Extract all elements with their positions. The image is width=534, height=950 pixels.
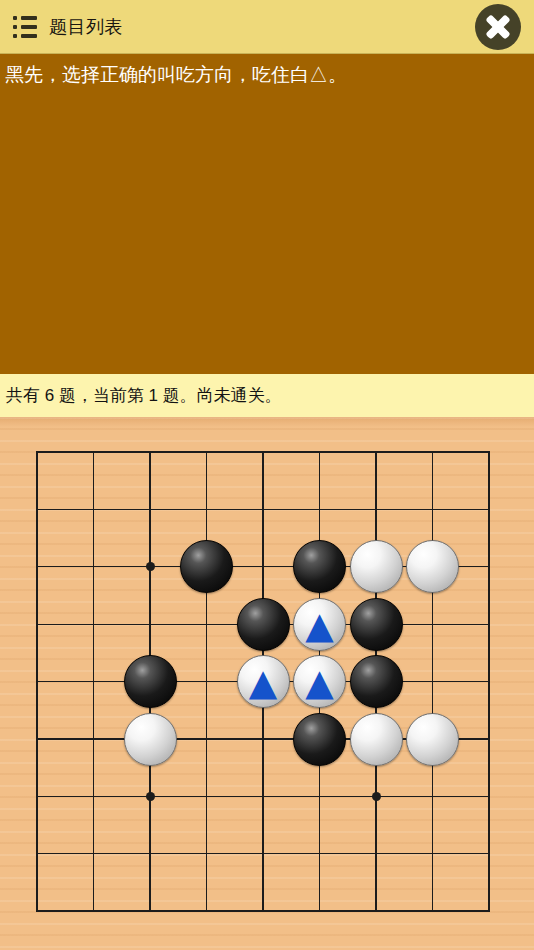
list-icon [13,16,39,20]
black-stone [293,540,346,593]
black-stone [124,655,177,708]
black-stone [180,540,233,593]
star-point [146,792,155,801]
progress-status: 共有 6 题，当前第 1 题。尚未通关。 [0,384,282,407]
grid-line [36,853,490,854]
grid-line [36,910,490,912]
prompt-panel: 黑先，选择正确的叫吃方向，吃住白△。 [0,54,534,374]
white-stone [406,713,459,766]
problem-list-button[interactable] [13,16,39,38]
grid-line [36,796,490,797]
grid-line [432,451,433,912]
triangle-mark: ▲ [305,664,333,701]
white-stone [350,713,403,766]
app-window: 题目列表 黑先，选择正确的叫吃方向，吃住白△。 共有 6 题，当前第 1 题。尚… [0,0,534,950]
close-icon [475,4,521,50]
board-panel: ▲▲▲ [0,417,534,950]
grid-line [488,451,490,912]
list-icon [13,34,39,38]
star-point [372,792,381,801]
white-stone [350,540,403,593]
black-stone [237,598,290,651]
status-bar: 共有 6 题，当前第 1 题。尚未通关。 [0,374,534,417]
triangle-mark: ▲ [305,607,333,644]
white-stone-marked: ▲ [293,598,346,651]
puzzle-instruction: 黑先，选择正确的叫吃方向，吃住白△。 [0,54,534,88]
white-stone-marked: ▲ [293,655,346,708]
black-stone [350,655,403,708]
go-board[interactable]: ▲▲▲ [37,452,489,911]
page-title: 题目列表 [49,15,123,39]
white-stone [124,713,177,766]
triangle-mark: ▲ [249,664,277,701]
white-stone [406,540,459,593]
close-button[interactable] [475,4,521,50]
black-stone [350,598,403,651]
black-stone [293,713,346,766]
list-icon [13,25,39,29]
title-bar: 题目列表 [0,0,534,54]
white-stone-marked: ▲ [237,655,290,708]
star-point [146,562,155,571]
